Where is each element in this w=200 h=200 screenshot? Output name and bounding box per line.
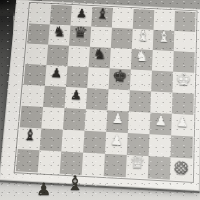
square-r1c2[interactable]: ♛ — [69, 26, 91, 47]
square-r5c3[interactable] — [85, 109, 108, 132]
square-r6c6[interactable] — [149, 134, 172, 157]
piece-white-pawn[interactable]: ♟ — [176, 114, 189, 128]
square-r6c4[interactable]: ♟ — [105, 132, 128, 155]
chess-photo-scene: ♟♝♞♛♝♝♞♞♟♚♚♟♟♟♟♝♟♛ ♟ ♝ — [0, 0, 200, 200]
piece-black-queen[interactable]: ♛ — [73, 25, 88, 41]
square-r3c6[interactable] — [151, 71, 173, 93]
square-r5c4[interactable]: ♟ — [106, 110, 129, 133]
captured-black-pawn[interactable]: ♟ — [36, 181, 51, 198]
square-r6c2[interactable] — [61, 130, 84, 153]
piece-black-pawn[interactable]: ♟ — [50, 66, 63, 79]
square-r7c1[interactable] — [38, 150, 62, 173]
square-r6c3[interactable] — [83, 131, 106, 154]
piece-black-pawn[interactable]: ♟ — [70, 88, 83, 101]
square-r1c6[interactable]: ♝ — [153, 30, 175, 51]
square-r7c3[interactable] — [82, 153, 105, 176]
square-r3c7[interactable]: ♚ — [172, 72, 194, 94]
chess-board-paper: ♟♝♞♛♝♝♞♞♟♚♚♟♟♟♟♝♟♛ — [0, 0, 200, 191]
square-r7c4[interactable] — [104, 154, 127, 177]
square-r6c7[interactable] — [170, 135, 192, 158]
square-r0c0[interactable] — [29, 4, 51, 25]
square-r3c1[interactable]: ♟ — [45, 65, 68, 87]
square-r1c0[interactable] — [27, 23, 50, 44]
square-r7c6[interactable] — [148, 156, 171, 180]
square-r4c3[interactable] — [86, 88, 109, 110]
square-r4c2[interactable]: ♟ — [64, 87, 87, 109]
piece-black-bishop[interactable]: ♝ — [22, 127, 37, 143]
piece-black-king[interactable]: ♚ — [112, 67, 128, 84]
chess-board-grid: ♟♝♞♛♝♝♞♞♟♚♚♟♟♟♟♝♟♛ — [16, 4, 196, 181]
square-r4c0[interactable] — [22, 85, 45, 107]
piece-white-king[interactable]: ♚ — [175, 70, 191, 87]
square-r4c5[interactable] — [129, 90, 151, 112]
piece-white-bishop[interactable]: ♝ — [157, 30, 171, 45]
square-r2c6[interactable] — [152, 50, 174, 72]
square-r2c1[interactable] — [46, 45, 69, 67]
square-r2c5[interactable]: ♞ — [131, 49, 153, 71]
square-r4c6[interactable] — [150, 91, 172, 113]
piece-white-pawn[interactable]: ♟ — [111, 111, 124, 125]
square-r7c0[interactable] — [16, 149, 40, 172]
square-r5c5[interactable] — [128, 111, 151, 134]
square-r1c4[interactable] — [111, 28, 133, 49]
square-r2c3[interactable]: ♞ — [89, 47, 111, 69]
piece-white-knight[interactable]: ♞ — [135, 49, 149, 64]
square-r2c0[interactable] — [25, 44, 48, 66]
board-border-line: ♟♝♞♛♝♝♞♞♟♚♚♟♟♟♟♝♟♛ — [14, 2, 198, 183]
square-r3c3[interactable] — [87, 67, 109, 89]
square-r0c4[interactable] — [112, 8, 134, 29]
square-r0c3[interactable]: ♝ — [91, 7, 113, 28]
piece-white-bishop[interactable]: ♝ — [136, 29, 150, 44]
square-r4c4[interactable] — [107, 89, 129, 111]
square-r1c1[interactable]: ♞ — [48, 24, 70, 45]
square-r3c0[interactable] — [24, 64, 47, 86]
piece-white-pawn[interactable]: ♟ — [110, 133, 123, 147]
square-r6c0[interactable]: ♝ — [18, 127, 42, 150]
piece-white-queen[interactable]: ♛ — [129, 154, 145, 171]
piece-black-bishop[interactable]: ♝ — [95, 7, 109, 21]
square-r7c5[interactable]: ♛ — [126, 155, 149, 179]
square-r5c1[interactable] — [41, 107, 64, 130]
square-r5c6[interactable]: ♟ — [149, 113, 171, 136]
square-r6c1[interactable] — [40, 128, 63, 151]
piece-black-pawn[interactable]: ♟ — [75, 6, 88, 19]
square-r5c2[interactable] — [63, 108, 86, 131]
square-r0c7[interactable] — [174, 11, 195, 32]
square-r3c2[interactable] — [66, 66, 89, 88]
square-r2c2[interactable] — [68, 46, 90, 68]
piece-white-pawn[interactable]: ♟ — [154, 113, 167, 127]
square-r4c7[interactable] — [172, 93, 194, 115]
piece-white-rook-patterned[interactable] — [174, 160, 188, 174]
square-r3c4[interactable]: ♚ — [109, 68, 131, 90]
piece-black-knight[interactable]: ♞ — [52, 24, 67, 39]
square-r3c5[interactable] — [130, 69, 152, 91]
square-r7c7[interactable] — [170, 157, 193, 181]
square-r4c1[interactable] — [43, 86, 66, 108]
square-r1c7[interactable] — [174, 31, 195, 52]
square-r5c7[interactable]: ♟ — [171, 114, 193, 137]
piece-black-knight[interactable]: ♞ — [93, 47, 108, 62]
captured-black-bishop[interactable]: ♝ — [66, 173, 84, 193]
